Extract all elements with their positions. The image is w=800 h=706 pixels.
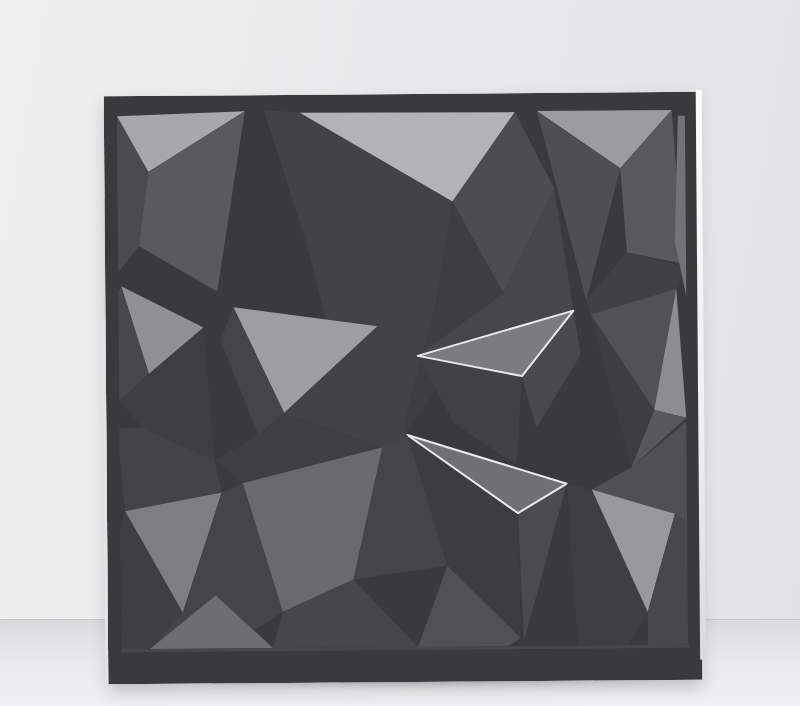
3d-diamond-wall-panel bbox=[104, 92, 703, 685]
photo-scene bbox=[0, 0, 800, 706]
diamond-facet-pattern bbox=[104, 92, 703, 685]
